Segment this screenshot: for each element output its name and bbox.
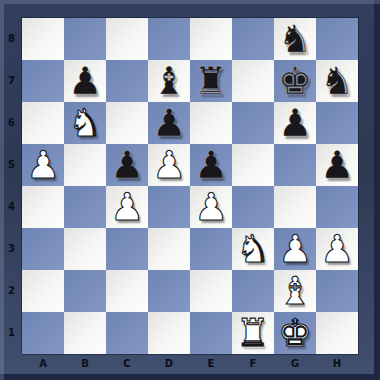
square-d2[interactable] bbox=[148, 270, 190, 312]
piece-black-pawn-b7[interactable]: ♟ bbox=[64, 60, 106, 102]
rank-label-3: 3 bbox=[3, 228, 20, 270]
rank-label-8: 8 bbox=[3, 18, 20, 60]
square-b2[interactable] bbox=[64, 270, 106, 312]
square-a1[interactable] bbox=[22, 312, 64, 354]
piece-black-pawn-g6[interactable]: ♟ bbox=[274, 102, 316, 144]
square-b7[interactable]: ♟ bbox=[64, 60, 106, 102]
square-f2[interactable] bbox=[232, 270, 274, 312]
square-a7[interactable] bbox=[22, 60, 64, 102]
square-d5[interactable]: ♟ bbox=[148, 144, 190, 186]
piece-black-pawn-d6[interactable]: ♟ bbox=[148, 102, 190, 144]
file-label-b: B bbox=[64, 356, 106, 372]
rank-label-5: 5 bbox=[3, 144, 20, 186]
file-label-e: E bbox=[190, 356, 232, 372]
square-c1[interactable] bbox=[106, 312, 148, 354]
piece-black-rook-e7[interactable]: ♜ bbox=[190, 60, 232, 102]
square-h4[interactable] bbox=[316, 186, 358, 228]
square-d3[interactable] bbox=[148, 228, 190, 270]
square-e1[interactable] bbox=[190, 312, 232, 354]
square-h2[interactable] bbox=[316, 270, 358, 312]
piece-white-pawn-d5[interactable]: ♟ bbox=[148, 144, 190, 186]
square-e3[interactable] bbox=[190, 228, 232, 270]
chess-board-frame: ♞♟♝♜♚♞♞♟♟♟♟♟♟♟♟♟♞♟♟♝♜♚ 87654321 ABCDEFGH bbox=[0, 0, 380, 380]
square-g7[interactable]: ♚ bbox=[274, 60, 316, 102]
file-label-h: H bbox=[316, 356, 358, 372]
rank-label-7: 7 bbox=[3, 60, 20, 102]
square-d7[interactable]: ♝ bbox=[148, 60, 190, 102]
piece-black-king-g7[interactable]: ♚ bbox=[274, 60, 316, 102]
piece-white-pawn-h3[interactable]: ♟ bbox=[316, 228, 358, 270]
square-d6[interactable]: ♟ bbox=[148, 102, 190, 144]
square-f6[interactable] bbox=[232, 102, 274, 144]
square-b8[interactable] bbox=[64, 18, 106, 60]
piece-black-pawn-h5[interactable]: ♟ bbox=[316, 144, 358, 186]
square-b3[interactable] bbox=[64, 228, 106, 270]
piece-white-knight-f3[interactable]: ♞ bbox=[232, 228, 274, 270]
piece-white-pawn-c4[interactable]: ♟ bbox=[106, 186, 148, 228]
square-a3[interactable] bbox=[22, 228, 64, 270]
piece-black-pawn-c5[interactable]: ♟ bbox=[106, 144, 148, 186]
square-f8[interactable] bbox=[232, 18, 274, 60]
square-b1[interactable] bbox=[64, 312, 106, 354]
piece-white-pawn-a5[interactable]: ♟ bbox=[22, 144, 64, 186]
file-label-g: G bbox=[274, 356, 316, 372]
piece-white-pawn-g3[interactable]: ♟ bbox=[274, 228, 316, 270]
piece-black-knight-g8[interactable]: ♞ bbox=[274, 18, 316, 60]
square-h7[interactable]: ♞ bbox=[316, 60, 358, 102]
square-c3[interactable] bbox=[106, 228, 148, 270]
piece-black-bishop-d7[interactable]: ♝ bbox=[148, 60, 190, 102]
square-f7[interactable] bbox=[232, 60, 274, 102]
square-d4[interactable] bbox=[148, 186, 190, 228]
square-c2[interactable] bbox=[106, 270, 148, 312]
square-g5[interactable] bbox=[274, 144, 316, 186]
square-g2[interactable]: ♝ bbox=[274, 270, 316, 312]
square-d8[interactable] bbox=[148, 18, 190, 60]
square-a6[interactable] bbox=[22, 102, 64, 144]
square-h3[interactable]: ♟ bbox=[316, 228, 358, 270]
square-e2[interactable] bbox=[190, 270, 232, 312]
piece-white-bishop-g2[interactable]: ♝ bbox=[274, 270, 316, 312]
square-a4[interactable] bbox=[22, 186, 64, 228]
board: ♞♟♝♜♚♞♞♟♟♟♟♟♟♟♟♟♞♟♟♝♜♚ bbox=[22, 18, 358, 354]
square-g1[interactable]: ♚ bbox=[274, 312, 316, 354]
square-b4[interactable] bbox=[64, 186, 106, 228]
file-label-a: A bbox=[22, 356, 64, 372]
square-a2[interactable] bbox=[22, 270, 64, 312]
piece-white-king-g1[interactable]: ♚ bbox=[274, 312, 316, 354]
square-h1[interactable] bbox=[316, 312, 358, 354]
square-c6[interactable] bbox=[106, 102, 148, 144]
square-e8[interactable] bbox=[190, 18, 232, 60]
piece-white-pawn-e4[interactable]: ♟ bbox=[190, 186, 232, 228]
rank-label-6: 6 bbox=[3, 102, 20, 144]
piece-black-knight-h7[interactable]: ♞ bbox=[316, 60, 358, 102]
square-f3[interactable]: ♞ bbox=[232, 228, 274, 270]
piece-white-knight-b6[interactable]: ♞ bbox=[64, 102, 106, 144]
file-label-f: F bbox=[232, 356, 274, 372]
piece-black-pawn-e5[interactable]: ♟ bbox=[190, 144, 232, 186]
square-b5[interactable] bbox=[64, 144, 106, 186]
square-f4[interactable] bbox=[232, 186, 274, 228]
square-c4[interactable]: ♟ bbox=[106, 186, 148, 228]
square-g8[interactable]: ♞ bbox=[274, 18, 316, 60]
square-d1[interactable] bbox=[148, 312, 190, 354]
square-a5[interactable]: ♟ bbox=[22, 144, 64, 186]
square-g3[interactable]: ♟ bbox=[274, 228, 316, 270]
rank-label-4: 4 bbox=[3, 186, 20, 228]
rank-label-2: 2 bbox=[3, 270, 20, 312]
square-h5[interactable]: ♟ bbox=[316, 144, 358, 186]
square-e6[interactable] bbox=[190, 102, 232, 144]
file-label-c: C bbox=[106, 356, 148, 372]
square-h6[interactable] bbox=[316, 102, 358, 144]
square-c8[interactable] bbox=[106, 18, 148, 60]
square-c7[interactable] bbox=[106, 60, 148, 102]
square-c5[interactable]: ♟ bbox=[106, 144, 148, 186]
square-e7[interactable]: ♜ bbox=[190, 60, 232, 102]
square-h8[interactable] bbox=[316, 18, 358, 60]
square-g4[interactable] bbox=[274, 186, 316, 228]
file-label-d: D bbox=[148, 356, 190, 372]
square-f5[interactable] bbox=[232, 144, 274, 186]
square-a8[interactable] bbox=[22, 18, 64, 60]
square-e4[interactable]: ♟ bbox=[190, 186, 232, 228]
rank-label-1: 1 bbox=[3, 312, 20, 354]
square-b6[interactable]: ♞ bbox=[64, 102, 106, 144]
square-g6[interactable]: ♟ bbox=[274, 102, 316, 144]
piece-white-rook-f1[interactable]: ♜ bbox=[232, 312, 274, 354]
square-f1[interactable]: ♜ bbox=[232, 312, 274, 354]
square-e5[interactable]: ♟ bbox=[190, 144, 232, 186]
